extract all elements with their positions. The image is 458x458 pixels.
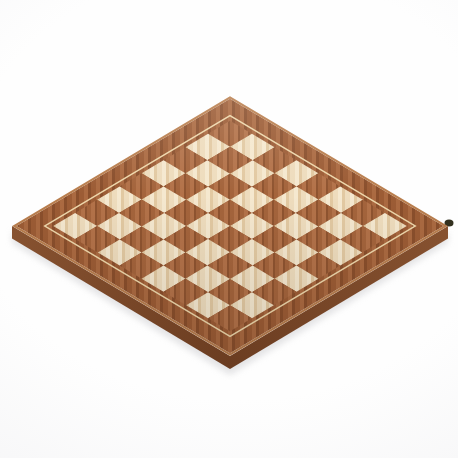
photo-backdrop [0, 0, 458, 458]
